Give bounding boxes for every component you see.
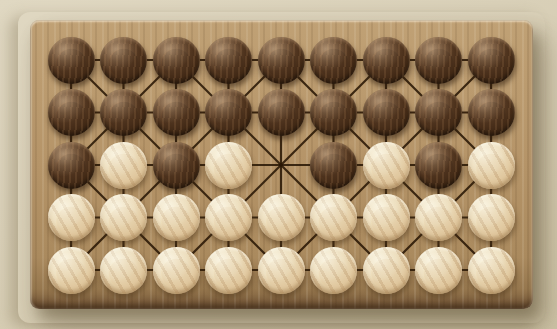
point-r3c2[interactable]: ● (97, 139, 150, 192)
point-r1c4[interactable]: ● (202, 34, 255, 87)
dark-piece[interactable]: ● (310, 142, 357, 189)
light-piece[interactable]: ● (100, 142, 147, 189)
fanorona-board: ●●●●●●●●●●●●●●●●●●●●●●●●●●●●●●●●●●●●●●●●… (30, 20, 533, 309)
dark-piece[interactable]: ● (415, 89, 462, 136)
point-r5c5[interactable]: ● (255, 244, 308, 297)
light-piece[interactable]: ● (310, 194, 357, 241)
dark-piece[interactable]: ● (205, 89, 252, 136)
point-r4c1[interactable]: ● (45, 191, 98, 244)
light-piece[interactable]: ● (468, 247, 515, 294)
point-r1c3[interactable]: ● (150, 34, 203, 87)
dark-piece[interactable]: ● (153, 37, 200, 84)
point-r2c5[interactable]: ● (255, 86, 308, 139)
point-r5c7[interactable]: ● (360, 244, 413, 297)
wall-background: ●●●●●●●●●●●●●●●●●●●●●●●●●●●●●●●●●●●●●●●●… (0, 0, 557, 329)
point-r3c3[interactable]: ● (150, 139, 203, 192)
point-r1c9[interactable]: ● (465, 34, 518, 87)
dark-piece[interactable]: ● (48, 37, 95, 84)
light-piece[interactable]: ● (468, 194, 515, 241)
point-r3c6[interactable]: ● (307, 139, 360, 192)
point-r3c5[interactable] (255, 139, 308, 192)
point-r4c4[interactable]: ● (202, 191, 255, 244)
point-r4c3[interactable]: ● (150, 191, 203, 244)
light-piece[interactable]: ● (363, 194, 410, 241)
dark-piece[interactable]: ● (415, 37, 462, 84)
light-piece[interactable]: ● (415, 247, 462, 294)
point-r3c8[interactable]: ● (412, 139, 465, 192)
point-r4c5[interactable]: ● (255, 191, 308, 244)
light-piece[interactable]: ● (100, 247, 147, 294)
dark-piece[interactable]: ● (258, 37, 305, 84)
point-r5c8[interactable]: ● (412, 244, 465, 297)
light-piece[interactable]: ● (153, 247, 200, 294)
point-r2c8[interactable]: ● (412, 86, 465, 139)
light-piece[interactable]: ● (205, 247, 252, 294)
point-r1c8[interactable]: ● (412, 34, 465, 87)
point-r5c4[interactable]: ● (202, 244, 255, 297)
light-piece[interactable]: ● (468, 142, 515, 189)
point-r2c7[interactable]: ● (360, 86, 413, 139)
point-r3c7[interactable]: ● (360, 139, 413, 192)
light-piece[interactable]: ● (48, 194, 95, 241)
dark-piece[interactable]: ● (310, 89, 357, 136)
point-r1c7[interactable]: ● (360, 34, 413, 87)
dark-piece[interactable]: ● (415, 142, 462, 189)
light-piece[interactable]: ● (363, 142, 410, 189)
point-r1c2[interactable]: ● (97, 34, 150, 87)
point-r1c1[interactable]: ● (45, 34, 98, 87)
light-piece[interactable]: ● (258, 247, 305, 294)
point-r2c1[interactable]: ● (45, 86, 98, 139)
dark-piece[interactable]: ● (153, 89, 200, 136)
point-r4c8[interactable]: ● (412, 191, 465, 244)
dark-piece[interactable]: ● (48, 89, 95, 136)
point-r5c9[interactable]: ● (465, 244, 518, 297)
point-r4c9[interactable]: ● (465, 191, 518, 244)
point-r5c2[interactable]: ● (97, 244, 150, 297)
point-r1c6[interactable]: ● (307, 34, 360, 87)
dark-piece[interactable]: ● (100, 89, 147, 136)
point-r4c2[interactable]: ● (97, 191, 150, 244)
point-r2c9[interactable]: ● (465, 86, 518, 139)
dark-piece[interactable]: ● (48, 142, 95, 189)
point-r3c9[interactable]: ● (465, 139, 518, 192)
dark-piece[interactable]: ● (363, 89, 410, 136)
point-r3c4[interactable]: ● (202, 139, 255, 192)
light-piece[interactable]: ● (153, 194, 200, 241)
point-r1c5[interactable]: ● (255, 34, 308, 87)
point-r4c7[interactable]: ● (360, 191, 413, 244)
point-r5c3[interactable]: ● (150, 244, 203, 297)
light-piece[interactable]: ● (205, 194, 252, 241)
dark-piece[interactable]: ● (363, 37, 410, 84)
light-piece[interactable]: ● (310, 247, 357, 294)
board-grid: ●●●●●●●●●●●●●●●●●●●●●●●●●●●●●●●●●●●●●●●●… (45, 34, 518, 297)
dark-piece[interactable]: ● (468, 37, 515, 84)
point-r2c3[interactable]: ● (150, 86, 203, 139)
light-piece[interactable]: ● (363, 247, 410, 294)
light-piece[interactable]: ● (205, 142, 252, 189)
point-r2c6[interactable]: ● (307, 86, 360, 139)
point-r2c4[interactable]: ● (202, 86, 255, 139)
light-piece[interactable]: ● (100, 194, 147, 241)
point-r4c6[interactable]: ● (307, 191, 360, 244)
point-r5c6[interactable]: ● (307, 244, 360, 297)
point-r3c1[interactable]: ● (45, 139, 98, 192)
point-r5c1[interactable]: ● (45, 244, 98, 297)
dark-piece[interactable]: ● (258, 89, 305, 136)
dark-piece[interactable]: ● (310, 37, 357, 84)
dark-piece[interactable]: ● (205, 37, 252, 84)
dark-piece[interactable]: ● (468, 89, 515, 136)
dark-piece[interactable]: ● (100, 37, 147, 84)
point-r2c2[interactable]: ● (97, 86, 150, 139)
light-piece[interactable]: ● (48, 247, 95, 294)
dark-piece[interactable]: ● (153, 142, 200, 189)
light-piece[interactable]: ● (258, 194, 305, 241)
light-piece[interactable]: ● (415, 194, 462, 241)
